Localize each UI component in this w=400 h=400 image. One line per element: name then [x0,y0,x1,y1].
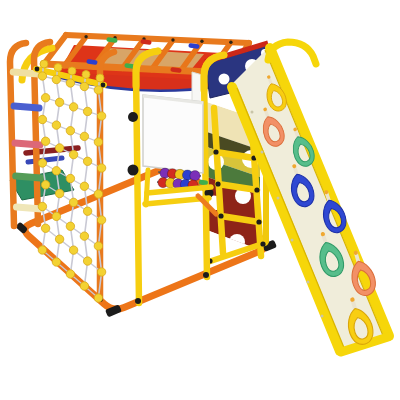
net-bead [80,182,88,190]
handle-bar [147,187,211,193]
net-bead [80,232,88,240]
net-bead [69,198,77,206]
net-bead [83,207,91,215]
ladder-rung [16,176,41,178]
net-bead [83,157,91,165]
net-bead [38,159,46,167]
ring-clip [353,301,355,309]
net-bead [38,115,46,123]
net-bead [96,74,104,82]
clamp [256,219,261,224]
play-gym-illustration [0,0,400,400]
ladder-rung [13,72,38,74]
screw [307,281,310,284]
clamp [215,181,220,186]
net-bead [68,67,76,75]
net-bead [40,60,48,68]
net-bead [97,268,105,276]
clamp [218,213,223,218]
ring-clip [323,235,326,243]
net-bead [66,127,74,135]
net-bead [69,103,77,111]
ladder-rung [15,143,40,145]
post-foot-joint [203,272,209,278]
ring-clip [295,130,298,137]
net-bead [83,257,91,265]
screw [321,315,324,318]
panel-hole [219,74,230,85]
bar-joint [171,38,174,41]
net-bead [41,94,49,102]
net-bead [52,167,60,175]
screw [251,111,254,114]
ring-clip [327,193,329,201]
net-bead [82,71,90,79]
clamp [254,187,259,192]
post-foot-joint [135,298,141,304]
net-bead [94,294,102,302]
net-bead [66,174,74,182]
ring-clip [269,78,271,84]
ring-clip [265,110,268,117]
product-photo [0,0,400,400]
net-bead [54,64,62,72]
net-bead [94,138,102,146]
screw [277,197,280,200]
net-ropes-and-beads [38,60,106,302]
net-bead [69,150,77,158]
net-bead [38,72,46,80]
net-bead [55,235,63,243]
net-bead [38,202,46,210]
net-bead [66,270,74,278]
screw [291,239,294,242]
net-bead [41,224,49,232]
net-bead [80,82,88,90]
abacus-bead-purple [190,171,200,181]
net-bead [38,246,46,254]
handle-upright [146,170,148,205]
net-bead [80,282,88,290]
net-rope [70,67,73,274]
ladder-rung [16,207,41,209]
net-bead [83,107,91,115]
bar-joint [84,35,87,38]
net-bead [97,112,105,120]
whiteboard [143,95,203,173]
climbing-net [35,60,106,302]
net-bead [52,121,60,129]
bar-joint [229,41,232,44]
net-bead [55,144,63,152]
net-bead [97,216,105,224]
screw [261,151,264,154]
net-bead [52,75,60,83]
net-bead [94,190,102,198]
net-bead [66,79,74,87]
net-bead [52,258,60,266]
net-bead [41,137,49,145]
ring-clip [356,254,358,262]
net-rope [84,71,87,287]
net-bead [66,222,74,230]
board-knob [128,112,138,122]
clamp [213,149,218,154]
net-bead [52,212,60,220]
net-bead [69,246,77,254]
net-bead [41,181,49,189]
net-bead [94,242,102,250]
net-bead [94,86,102,94]
top-rim-back [66,35,249,43]
bar-joint [200,39,203,42]
clamp [260,241,265,246]
net-bead [55,189,63,197]
ladder-rung [14,106,39,108]
net-bead [55,98,63,106]
net-rope [56,64,59,263]
clamp [35,67,40,72]
board-knob [128,165,139,176]
net-bead [80,132,88,140]
ring-clip [295,167,297,175]
net-bead [97,164,105,172]
